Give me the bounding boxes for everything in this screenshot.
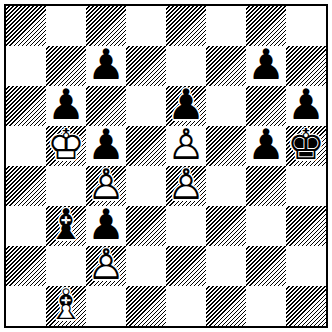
white-pawn[interactable]: ♟♙ (86, 246, 126, 286)
square-g5[interactable]: ♟♟ (246, 126, 286, 166)
piece-outline-layer: ♟ (86, 45, 126, 85)
piece-outline-layer: ♟ (86, 205, 126, 245)
black-king[interactable]: ♚♚ (286, 126, 326, 166)
square-b8[interactable] (46, 6, 86, 46)
piece-outline-layer: ♙ (86, 165, 126, 205)
square-a5[interactable] (6, 126, 46, 166)
square-f8[interactable] (206, 6, 246, 46)
piece-outline-layer: ♟ (166, 85, 206, 125)
chess-board: ♟♟♟♟♟♟♟♟♟♟♚♔♟♟♟♙♟♟♚♚♟♙♟♙♝♝♟♟♟♙♝♗ (4, 4, 328, 328)
square-d2[interactable] (126, 246, 166, 286)
square-d1[interactable] (126, 286, 166, 326)
piece-outline-layer: ♔ (46, 125, 86, 165)
white-pawn[interactable]: ♟♙ (166, 166, 206, 206)
piece-outline-layer: ♟ (286, 85, 326, 125)
piece-outline-layer: ♙ (166, 125, 206, 165)
square-f2[interactable] (206, 246, 246, 286)
square-g4[interactable] (246, 166, 286, 206)
square-h1[interactable] (286, 286, 326, 326)
square-a4[interactable] (6, 166, 46, 206)
square-a2[interactable] (6, 246, 46, 286)
square-h3[interactable] (286, 206, 326, 246)
square-e1[interactable] (166, 286, 206, 326)
square-f3[interactable] (206, 206, 246, 246)
square-c7[interactable]: ♟♟ (86, 46, 126, 86)
square-g2[interactable] (246, 246, 286, 286)
square-b5[interactable]: ♚♔ (46, 126, 86, 166)
white-king[interactable]: ♚♔ (46, 126, 86, 166)
square-d5[interactable] (126, 126, 166, 166)
black-bishop[interactable]: ♝♝ (46, 206, 86, 246)
piece-outline-layer: ♟ (246, 125, 286, 165)
square-f4[interactable] (206, 166, 246, 206)
square-c1[interactable] (86, 286, 126, 326)
white-bishop[interactable]: ♝♗ (46, 286, 86, 326)
square-h2[interactable] (286, 246, 326, 286)
square-d7[interactable] (126, 46, 166, 86)
piece-outline-layer: ♗ (46, 285, 86, 325)
square-f5[interactable] (206, 126, 246, 166)
piece-outline-layer: ♙ (86, 245, 126, 285)
piece-outline-layer: ♝ (46, 205, 86, 245)
square-e2[interactable] (166, 246, 206, 286)
square-e3[interactable] (166, 206, 206, 246)
black-pawn[interactable]: ♟♟ (86, 46, 126, 86)
square-g7[interactable]: ♟♟ (246, 46, 286, 86)
square-b3[interactable]: ♝♝ (46, 206, 86, 246)
black-pawn[interactable]: ♟♟ (246, 46, 286, 86)
piece-outline-layer: ♙ (166, 165, 206, 205)
square-a3[interactable] (6, 206, 46, 246)
chess-diagram-page: ♟♟♟♟♟♟♟♟♟♟♚♔♟♟♟♙♟♟♚♚♟♙♟♙♝♝♟♟♟♙♝♗ (0, 0, 332, 332)
square-e4[interactable]: ♟♙ (166, 166, 206, 206)
square-d4[interactable] (126, 166, 166, 206)
square-h8[interactable] (286, 6, 326, 46)
square-a7[interactable] (6, 46, 46, 86)
piece-outline-layer: ♟ (46, 85, 86, 125)
square-b1[interactable]: ♝♗ (46, 286, 86, 326)
square-e8[interactable] (166, 6, 206, 46)
piece-outline-layer: ♟ (246, 45, 286, 85)
square-c2[interactable]: ♟♙ (86, 246, 126, 286)
square-a6[interactable] (6, 86, 46, 126)
square-a8[interactable] (6, 6, 46, 46)
square-f6[interactable] (206, 86, 246, 126)
square-g1[interactable] (246, 286, 286, 326)
square-f1[interactable] (206, 286, 246, 326)
piece-outline-layer: ♚ (286, 125, 326, 165)
square-h4[interactable] (286, 166, 326, 206)
square-h5[interactable]: ♚♚ (286, 126, 326, 166)
black-pawn[interactable]: ♟♟ (246, 126, 286, 166)
square-f7[interactable] (206, 46, 246, 86)
square-d8[interactable] (126, 6, 166, 46)
piece-outline-layer: ♟ (86, 125, 126, 165)
square-a1[interactable] (6, 286, 46, 326)
square-g3[interactable] (246, 206, 286, 246)
square-d3[interactable] (126, 206, 166, 246)
square-d6[interactable] (126, 86, 166, 126)
